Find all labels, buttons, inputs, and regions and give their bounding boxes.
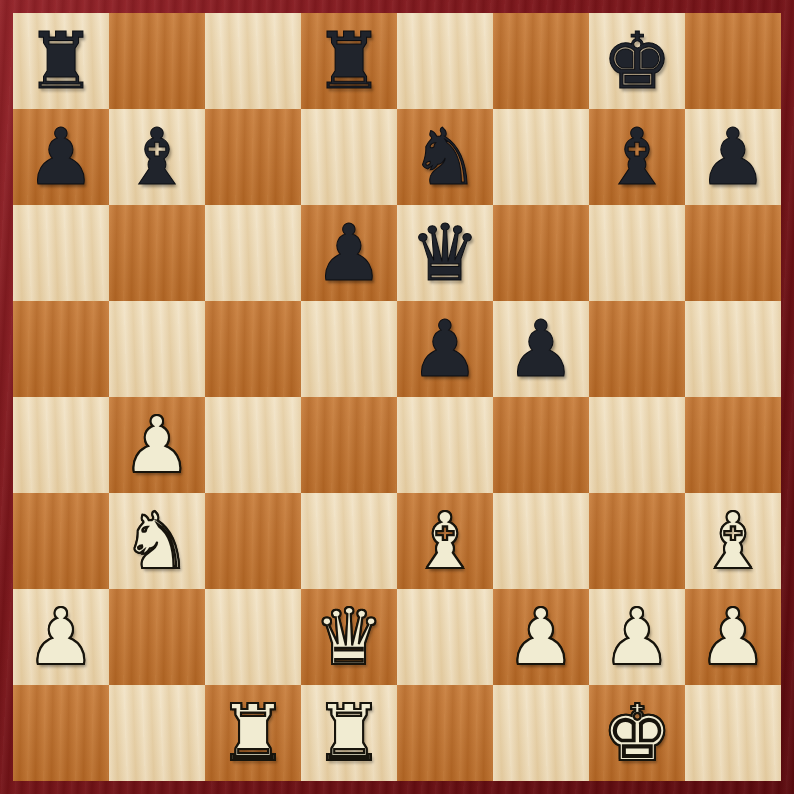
square-f5[interactable]: ♟ (493, 301, 589, 397)
square-f4[interactable] (493, 397, 589, 493)
square-h2[interactable]: ♟ (685, 589, 781, 685)
square-g6[interactable] (589, 205, 685, 301)
square-d2[interactable]: ♛ (301, 589, 397, 685)
square-g1[interactable]: ♚ (589, 685, 685, 781)
square-f1[interactable] (493, 685, 589, 781)
square-b6[interactable] (109, 205, 205, 301)
piece-white-pawn[interactable]: ♟ (602, 589, 672, 685)
piece-white-bishop[interactable]: ♝ (410, 493, 480, 589)
piece-white-bishop[interactable]: ♝ (698, 493, 768, 589)
square-d6[interactable]: ♟ (301, 205, 397, 301)
square-d5[interactable] (301, 301, 397, 397)
square-g5[interactable] (589, 301, 685, 397)
square-e2[interactable] (397, 589, 493, 685)
square-c4[interactable] (205, 397, 301, 493)
square-c5[interactable] (205, 301, 301, 397)
board-frame: ♜♜♚♟♝♞♝♟♟♛♟♟♟♞♝♝♟♛♟♟♟♜♜♚ (0, 0, 794, 794)
piece-black-rook[interactable]: ♜ (314, 13, 384, 109)
square-a8[interactable]: ♜ (13, 13, 109, 109)
square-h3[interactable]: ♝ (685, 493, 781, 589)
square-d4[interactable] (301, 397, 397, 493)
piece-white-pawn[interactable]: ♟ (698, 589, 768, 685)
square-a3[interactable] (13, 493, 109, 589)
square-e5[interactable]: ♟ (397, 301, 493, 397)
square-e7[interactable]: ♞ (397, 109, 493, 205)
square-g7[interactable]: ♝ (589, 109, 685, 205)
piece-black-pawn[interactable]: ♟ (314, 205, 384, 301)
piece-black-bishop[interactable]: ♝ (602, 109, 672, 205)
square-e4[interactable] (397, 397, 493, 493)
piece-white-rook[interactable]: ♜ (218, 685, 288, 781)
square-f6[interactable] (493, 205, 589, 301)
piece-black-king[interactable]: ♚ (602, 13, 672, 109)
piece-white-rook[interactable]: ♜ (314, 685, 384, 781)
square-g3[interactable] (589, 493, 685, 589)
square-b3[interactable]: ♞ (109, 493, 205, 589)
chess-board: ♜♜♚♟♝♞♝♟♟♛♟♟♟♞♝♝♟♛♟♟♟♜♜♚ (13, 13, 781, 781)
piece-white-pawn[interactable]: ♟ (506, 589, 576, 685)
piece-white-pawn[interactable]: ♟ (26, 589, 96, 685)
square-e3[interactable]: ♝ (397, 493, 493, 589)
square-b5[interactable] (109, 301, 205, 397)
square-g8[interactable]: ♚ (589, 13, 685, 109)
square-a5[interactable] (13, 301, 109, 397)
square-d8[interactable]: ♜ (301, 13, 397, 109)
piece-white-knight[interactable]: ♞ (122, 493, 192, 589)
square-c1[interactable]: ♜ (205, 685, 301, 781)
square-f2[interactable]: ♟ (493, 589, 589, 685)
square-c8[interactable] (205, 13, 301, 109)
square-d7[interactable] (301, 109, 397, 205)
square-a4[interactable] (13, 397, 109, 493)
square-a1[interactable] (13, 685, 109, 781)
square-e6[interactable]: ♛ (397, 205, 493, 301)
square-h6[interactable] (685, 205, 781, 301)
square-h1[interactable] (685, 685, 781, 781)
square-b7[interactable]: ♝ (109, 109, 205, 205)
square-c6[interactable] (205, 205, 301, 301)
piece-black-pawn[interactable]: ♟ (506, 301, 576, 397)
square-d1[interactable]: ♜ (301, 685, 397, 781)
square-g4[interactable] (589, 397, 685, 493)
square-e8[interactable] (397, 13, 493, 109)
square-f8[interactable] (493, 13, 589, 109)
square-h7[interactable]: ♟ (685, 109, 781, 205)
square-h5[interactable] (685, 301, 781, 397)
square-c7[interactable] (205, 109, 301, 205)
square-b8[interactable] (109, 13, 205, 109)
square-a2[interactable]: ♟ (13, 589, 109, 685)
square-b1[interactable] (109, 685, 205, 781)
square-c2[interactable] (205, 589, 301, 685)
square-g2[interactable]: ♟ (589, 589, 685, 685)
piece-white-queen[interactable]: ♛ (314, 589, 384, 685)
piece-black-bishop[interactable]: ♝ (122, 109, 192, 205)
square-h4[interactable] (685, 397, 781, 493)
square-b4[interactable]: ♟ (109, 397, 205, 493)
square-a6[interactable] (13, 205, 109, 301)
piece-white-king[interactable]: ♚ (602, 685, 672, 781)
piece-black-pawn[interactable]: ♟ (26, 109, 96, 205)
piece-black-knight[interactable]: ♞ (410, 109, 480, 205)
piece-black-pawn[interactable]: ♟ (410, 301, 480, 397)
piece-black-queen[interactable]: ♛ (410, 205, 480, 301)
square-b2[interactable] (109, 589, 205, 685)
square-f3[interactable] (493, 493, 589, 589)
square-e1[interactable] (397, 685, 493, 781)
piece-black-pawn[interactable]: ♟ (698, 109, 768, 205)
piece-black-rook[interactable]: ♜ (26, 13, 96, 109)
square-c3[interactable] (205, 493, 301, 589)
square-d3[interactable] (301, 493, 397, 589)
square-a7[interactable]: ♟ (13, 109, 109, 205)
square-h8[interactable] (685, 13, 781, 109)
square-f7[interactable] (493, 109, 589, 205)
piece-white-pawn[interactable]: ♟ (122, 397, 192, 493)
